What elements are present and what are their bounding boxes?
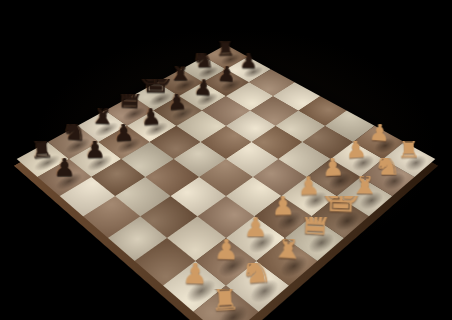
chessboard-scene: ♜♞♝♛♚♝♞♜♟♟♟♟♟♟♟♟♟♟♟♟♟♟♟♟♜♞♝♛♚♝♞♜ (0, 0, 452, 320)
square-a1[interactable]: ♜ (193, 285, 258, 320)
photo-canvas: ♜♞♝♛♚♝♞♜♟♟♟♟♟♟♟♟♟♟♟♟♟♟♟♟♜♞♝♛♚♝♞♜ (0, 0, 452, 320)
chessboard-3d: ♜♞♝♛♚♝♞♜♟♟♟♟♟♟♟♟♟♟♟♟♟♟♟♟♜♞♝♛♚♝♞♜ (17, 45, 436, 320)
chessboard: ♜♞♝♛♚♝♞♜♟♟♟♟♟♟♟♟♟♟♟♟♟♟♟♟♜♞♝♛♚♝♞♜ (17, 45, 436, 320)
black-pawn-glyph: ♟ (7, 155, 121, 180)
